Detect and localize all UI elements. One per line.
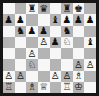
- black-knight: ♞: [62, 26, 71, 36]
- square-h3[interactable]: ♙: [84, 59, 96, 70]
- square-g4[interactable]: [73, 48, 85, 59]
- chess-board-frame: ♜♛♜♚♟♟♝♟♟♟♞♟♟♞♙♟♘♝♙♘♙♙♙♙♙♙♗♖♗♕♖♔: [0, 0, 99, 96]
- square-f1[interactable]: ♖: [61, 82, 73, 93]
- black-pawn: ♟: [74, 15, 83, 25]
- square-a7[interactable]: ♟: [3, 14, 15, 25]
- square-b8[interactable]: [15, 3, 27, 14]
- square-g2[interactable]: ♗: [73, 71, 85, 82]
- square-h6[interactable]: [84, 26, 96, 37]
- square-a6[interactable]: [3, 26, 15, 37]
- square-g3[interactable]: ♙: [73, 59, 85, 70]
- square-g5[interactable]: [73, 37, 85, 48]
- square-h7[interactable]: ♟: [84, 14, 96, 25]
- square-g8[interactable]: ♚: [73, 3, 85, 14]
- white-king: ♔: [74, 82, 83, 92]
- square-d1[interactable]: ♕: [38, 82, 50, 93]
- white-pawn: ♙: [28, 49, 37, 59]
- black-pawn: ♟: [62, 15, 71, 25]
- square-e3[interactable]: [50, 59, 62, 70]
- square-e2[interactable]: ♙: [50, 71, 62, 82]
- square-h1[interactable]: [84, 82, 96, 93]
- black-rook: ♜: [62, 4, 71, 14]
- black-pawn: ♟: [28, 26, 37, 36]
- white-pawn: ♙: [16, 71, 25, 81]
- black-pawn: ♟: [16, 15, 25, 25]
- white-bishop: ♗: [28, 82, 37, 92]
- square-d3[interactable]: [38, 59, 50, 70]
- white-knight: ♘: [62, 37, 71, 47]
- black-queen: ♛: [39, 4, 48, 14]
- square-b5[interactable]: [15, 37, 27, 48]
- square-c7[interactable]: [26, 14, 38, 25]
- square-f5[interactable]: ♘: [61, 37, 73, 48]
- square-c1[interactable]: ♗: [26, 82, 38, 93]
- square-a2[interactable]: ♙: [3, 71, 15, 82]
- white-knight: ♘: [28, 60, 37, 70]
- square-h8[interactable]: [84, 3, 96, 14]
- black-pawn: ♟: [4, 15, 13, 25]
- square-a1[interactable]: ♖: [3, 82, 15, 93]
- square-b2[interactable]: ♙: [15, 71, 27, 82]
- square-c4[interactable]: ♙: [26, 48, 38, 59]
- square-b1[interactable]: [15, 82, 27, 93]
- black-bishop: ♝: [51, 15, 60, 25]
- square-d4[interactable]: [38, 48, 50, 59]
- square-c2[interactable]: [26, 71, 38, 82]
- square-c3[interactable]: ♘: [26, 59, 38, 70]
- square-c8[interactable]: ♜: [26, 3, 38, 14]
- square-f7[interactable]: ♟: [61, 14, 73, 25]
- square-d7[interactable]: [38, 14, 50, 25]
- square-f6[interactable]: ♞: [61, 26, 73, 37]
- black-pawn: ♟: [86, 15, 95, 25]
- white-rook: ♖: [4, 82, 13, 92]
- square-f3[interactable]: [61, 59, 73, 70]
- square-a3[interactable]: [3, 59, 15, 70]
- square-f8[interactable]: ♜: [61, 3, 73, 14]
- square-b7[interactable]: ♟: [15, 14, 27, 25]
- white-pawn: ♙: [74, 60, 83, 70]
- square-d2[interactable]: [38, 71, 50, 82]
- chess-board: ♜♛♜♚♟♟♝♟♟♟♞♟♟♞♙♟♘♝♙♘♙♙♙♙♙♙♗♖♗♕♖♔: [3, 3, 96, 93]
- square-e1[interactable]: [50, 82, 62, 93]
- square-e6[interactable]: [50, 26, 62, 37]
- square-c5[interactable]: [26, 37, 38, 48]
- square-d6[interactable]: ♟: [38, 26, 50, 37]
- white-pawn: ♙: [39, 37, 48, 47]
- square-h2[interactable]: [84, 71, 96, 82]
- square-g6[interactable]: [73, 26, 85, 37]
- white-pawn: ♙: [4, 71, 13, 81]
- black-bishop: ♝: [86, 37, 95, 47]
- white-queen: ♕: [39, 82, 48, 92]
- square-e4[interactable]: [50, 48, 62, 59]
- square-e5[interactable]: ♟: [50, 37, 62, 48]
- white-pawn: ♙: [86, 60, 95, 70]
- square-f2[interactable]: ♙: [61, 71, 73, 82]
- black-rook: ♜: [28, 4, 37, 14]
- square-e7[interactable]: ♝: [50, 14, 62, 25]
- white-bishop: ♗: [74, 71, 83, 81]
- square-h4[interactable]: [84, 48, 96, 59]
- black-knight: ♞: [16, 26, 25, 36]
- white-pawn: ♙: [62, 71, 71, 81]
- square-g7[interactable]: ♟: [73, 14, 85, 25]
- square-d5[interactable]: ♙: [38, 37, 50, 48]
- black-pawn: ♟: [39, 26, 48, 36]
- black-king: ♚: [74, 4, 83, 14]
- square-e8[interactable]: [50, 3, 62, 14]
- white-rook: ♖: [62, 82, 71, 92]
- square-b4[interactable]: [15, 48, 27, 59]
- square-h5[interactable]: ♝: [84, 37, 96, 48]
- square-b6[interactable]: ♞: [15, 26, 27, 37]
- white-pawn: ♙: [51, 71, 60, 81]
- square-b3[interactable]: [15, 59, 27, 70]
- black-pawn: ♟: [51, 37, 60, 47]
- square-a4[interactable]: [3, 48, 15, 59]
- square-d8[interactable]: ♛: [38, 3, 50, 14]
- square-f4[interactable]: [61, 48, 73, 59]
- square-a8[interactable]: [3, 3, 15, 14]
- square-c6[interactable]: ♟: [26, 26, 38, 37]
- square-a5[interactable]: [3, 37, 15, 48]
- square-g1[interactable]: ♔: [73, 82, 85, 93]
